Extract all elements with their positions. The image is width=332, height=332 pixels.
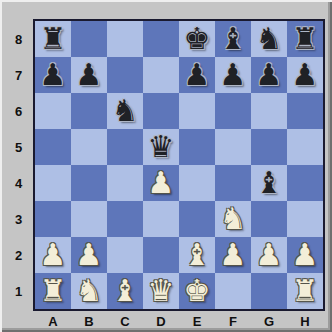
rank-label-7: 7 bbox=[6, 57, 31, 93]
chess-board-frame: 87654321 ♜♚♝♞♜♟♟♟♟♟♟♞♛♟♝♞♟♟♝♟♟♟♜♞♝♛♚♜ AB… bbox=[0, 0, 332, 332]
square-f3[interactable]: ♞ bbox=[215, 201, 251, 237]
square-g5[interactable] bbox=[251, 129, 287, 165]
square-d3[interactable] bbox=[143, 201, 179, 237]
file-labels: ABCDEFGH bbox=[35, 313, 323, 329]
black-pawn[interactable]: ♟ bbox=[184, 57, 211, 93]
white-knight[interactable]: ♞ bbox=[220, 201, 247, 237]
square-c6[interactable]: ♞ bbox=[107, 93, 143, 129]
black-knight[interactable]: ♞ bbox=[112, 93, 139, 129]
white-pawn[interactable]: ♟ bbox=[76, 237, 103, 273]
square-g8[interactable]: ♞ bbox=[251, 21, 287, 57]
square-d2[interactable] bbox=[143, 237, 179, 273]
square-d5[interactable]: ♛ bbox=[143, 129, 179, 165]
rank-label-4: 4 bbox=[6, 165, 31, 201]
square-e6[interactable] bbox=[179, 93, 215, 129]
file-label-f: F bbox=[215, 313, 251, 329]
white-bishop[interactable]: ♝ bbox=[112, 273, 139, 309]
white-pawn[interactable]: ♟ bbox=[292, 237, 319, 273]
square-b8[interactable] bbox=[71, 21, 107, 57]
square-e2[interactable]: ♝ bbox=[179, 237, 215, 273]
square-e8[interactable]: ♚ bbox=[179, 21, 215, 57]
black-bishop[interactable]: ♝ bbox=[256, 165, 283, 201]
rank-labels: 87654321 bbox=[6, 21, 31, 309]
square-f4[interactable] bbox=[215, 165, 251, 201]
white-pawn[interactable]: ♟ bbox=[148, 165, 175, 201]
white-pawn[interactable]: ♟ bbox=[40, 237, 67, 273]
white-rook[interactable]: ♜ bbox=[292, 273, 319, 309]
square-h6[interactable] bbox=[287, 93, 323, 129]
square-g3[interactable] bbox=[251, 201, 287, 237]
square-c2[interactable] bbox=[107, 237, 143, 273]
square-a8[interactable]: ♜ bbox=[35, 21, 71, 57]
square-c5[interactable] bbox=[107, 129, 143, 165]
square-h1[interactable]: ♜ bbox=[287, 273, 323, 309]
square-f7[interactable]: ♟ bbox=[215, 57, 251, 93]
square-g4[interactable]: ♝ bbox=[251, 165, 287, 201]
square-g1[interactable] bbox=[251, 273, 287, 309]
square-e1[interactable]: ♚ bbox=[179, 273, 215, 309]
square-c3[interactable] bbox=[107, 201, 143, 237]
square-f8[interactable]: ♝ bbox=[215, 21, 251, 57]
square-g2[interactable]: ♟ bbox=[251, 237, 287, 273]
black-queen[interactable]: ♛ bbox=[148, 129, 175, 165]
square-h2[interactable]: ♟ bbox=[287, 237, 323, 273]
white-rook[interactable]: ♜ bbox=[40, 273, 67, 309]
black-pawn[interactable]: ♟ bbox=[256, 57, 283, 93]
rank-label-3: 3 bbox=[6, 201, 31, 237]
square-a3[interactable] bbox=[35, 201, 71, 237]
rank-label-5: 5 bbox=[6, 129, 31, 165]
square-e7[interactable]: ♟ bbox=[179, 57, 215, 93]
square-g6[interactable] bbox=[251, 93, 287, 129]
square-a4[interactable] bbox=[35, 165, 71, 201]
square-e3[interactable] bbox=[179, 201, 215, 237]
square-e4[interactable] bbox=[179, 165, 215, 201]
black-bishop[interactable]: ♝ bbox=[220, 21, 247, 57]
file-label-g: G bbox=[251, 313, 287, 329]
square-h8[interactable]: ♜ bbox=[287, 21, 323, 57]
file-label-d: D bbox=[143, 313, 179, 329]
square-f1[interactable] bbox=[215, 273, 251, 309]
square-f6[interactable] bbox=[215, 93, 251, 129]
black-pawn[interactable]: ♟ bbox=[40, 57, 67, 93]
square-a2[interactable]: ♟ bbox=[35, 237, 71, 273]
square-b4[interactable] bbox=[71, 165, 107, 201]
black-pawn[interactable]: ♟ bbox=[220, 57, 247, 93]
square-h5[interactable] bbox=[287, 129, 323, 165]
file-label-b: B bbox=[71, 313, 107, 329]
black-rook[interactable]: ♜ bbox=[40, 21, 67, 57]
square-c1[interactable]: ♝ bbox=[107, 273, 143, 309]
black-pawn[interactable]: ♟ bbox=[76, 57, 103, 93]
white-pawn[interactable]: ♟ bbox=[256, 237, 283, 273]
white-pawn[interactable]: ♟ bbox=[220, 237, 247, 273]
file-label-a: A bbox=[35, 313, 71, 329]
rank-label-8: 8 bbox=[6, 21, 31, 57]
square-d1[interactable]: ♛ bbox=[143, 273, 179, 309]
chess-board[interactable]: ♜♚♝♞♜♟♟♟♟♟♟♞♛♟♝♞♟♟♝♟♟♟♜♞♝♛♚♜ bbox=[33, 19, 325, 311]
square-h7[interactable]: ♟ bbox=[287, 57, 323, 93]
square-b1[interactable]: ♞ bbox=[71, 273, 107, 309]
white-king[interactable]: ♚ bbox=[184, 273, 211, 309]
square-a7[interactable]: ♟ bbox=[35, 57, 71, 93]
square-d4[interactable]: ♟ bbox=[143, 165, 179, 201]
square-f2[interactable]: ♟ bbox=[215, 237, 251, 273]
file-label-e: E bbox=[179, 313, 215, 329]
square-d7[interactable] bbox=[143, 57, 179, 93]
black-rook[interactable]: ♜ bbox=[292, 21, 319, 57]
square-b6[interactable] bbox=[71, 93, 107, 129]
white-bishop[interactable]: ♝ bbox=[184, 237, 211, 273]
square-h4[interactable] bbox=[287, 165, 323, 201]
file-label-c: C bbox=[107, 313, 143, 329]
square-c4[interactable] bbox=[107, 165, 143, 201]
square-e5[interactable] bbox=[179, 129, 215, 165]
square-g7[interactable]: ♟ bbox=[251, 57, 287, 93]
square-a6[interactable] bbox=[35, 93, 71, 129]
rank-label-2: 2 bbox=[6, 237, 31, 273]
rank-label-6: 6 bbox=[6, 93, 31, 129]
square-b3[interactable] bbox=[71, 201, 107, 237]
square-c8[interactable] bbox=[107, 21, 143, 57]
square-c7[interactable] bbox=[107, 57, 143, 93]
file-label-h: H bbox=[287, 313, 323, 329]
square-a1[interactable]: ♜ bbox=[35, 273, 71, 309]
square-d6[interactable] bbox=[143, 93, 179, 129]
square-f5[interactable] bbox=[215, 129, 251, 165]
square-b5[interactable] bbox=[71, 129, 107, 165]
square-d8[interactable] bbox=[143, 21, 179, 57]
black-pawn[interactable]: ♟ bbox=[292, 57, 319, 93]
square-b2[interactable]: ♟ bbox=[71, 237, 107, 273]
square-h3[interactable] bbox=[287, 201, 323, 237]
square-a5[interactable] bbox=[35, 129, 71, 165]
square-b7[interactable]: ♟ bbox=[71, 57, 107, 93]
white-queen[interactable]: ♛ bbox=[148, 273, 175, 309]
black-knight[interactable]: ♞ bbox=[256, 21, 283, 57]
rank-label-1: 1 bbox=[6, 273, 31, 309]
black-king[interactable]: ♚ bbox=[184, 21, 211, 57]
white-knight[interactable]: ♞ bbox=[76, 273, 103, 309]
